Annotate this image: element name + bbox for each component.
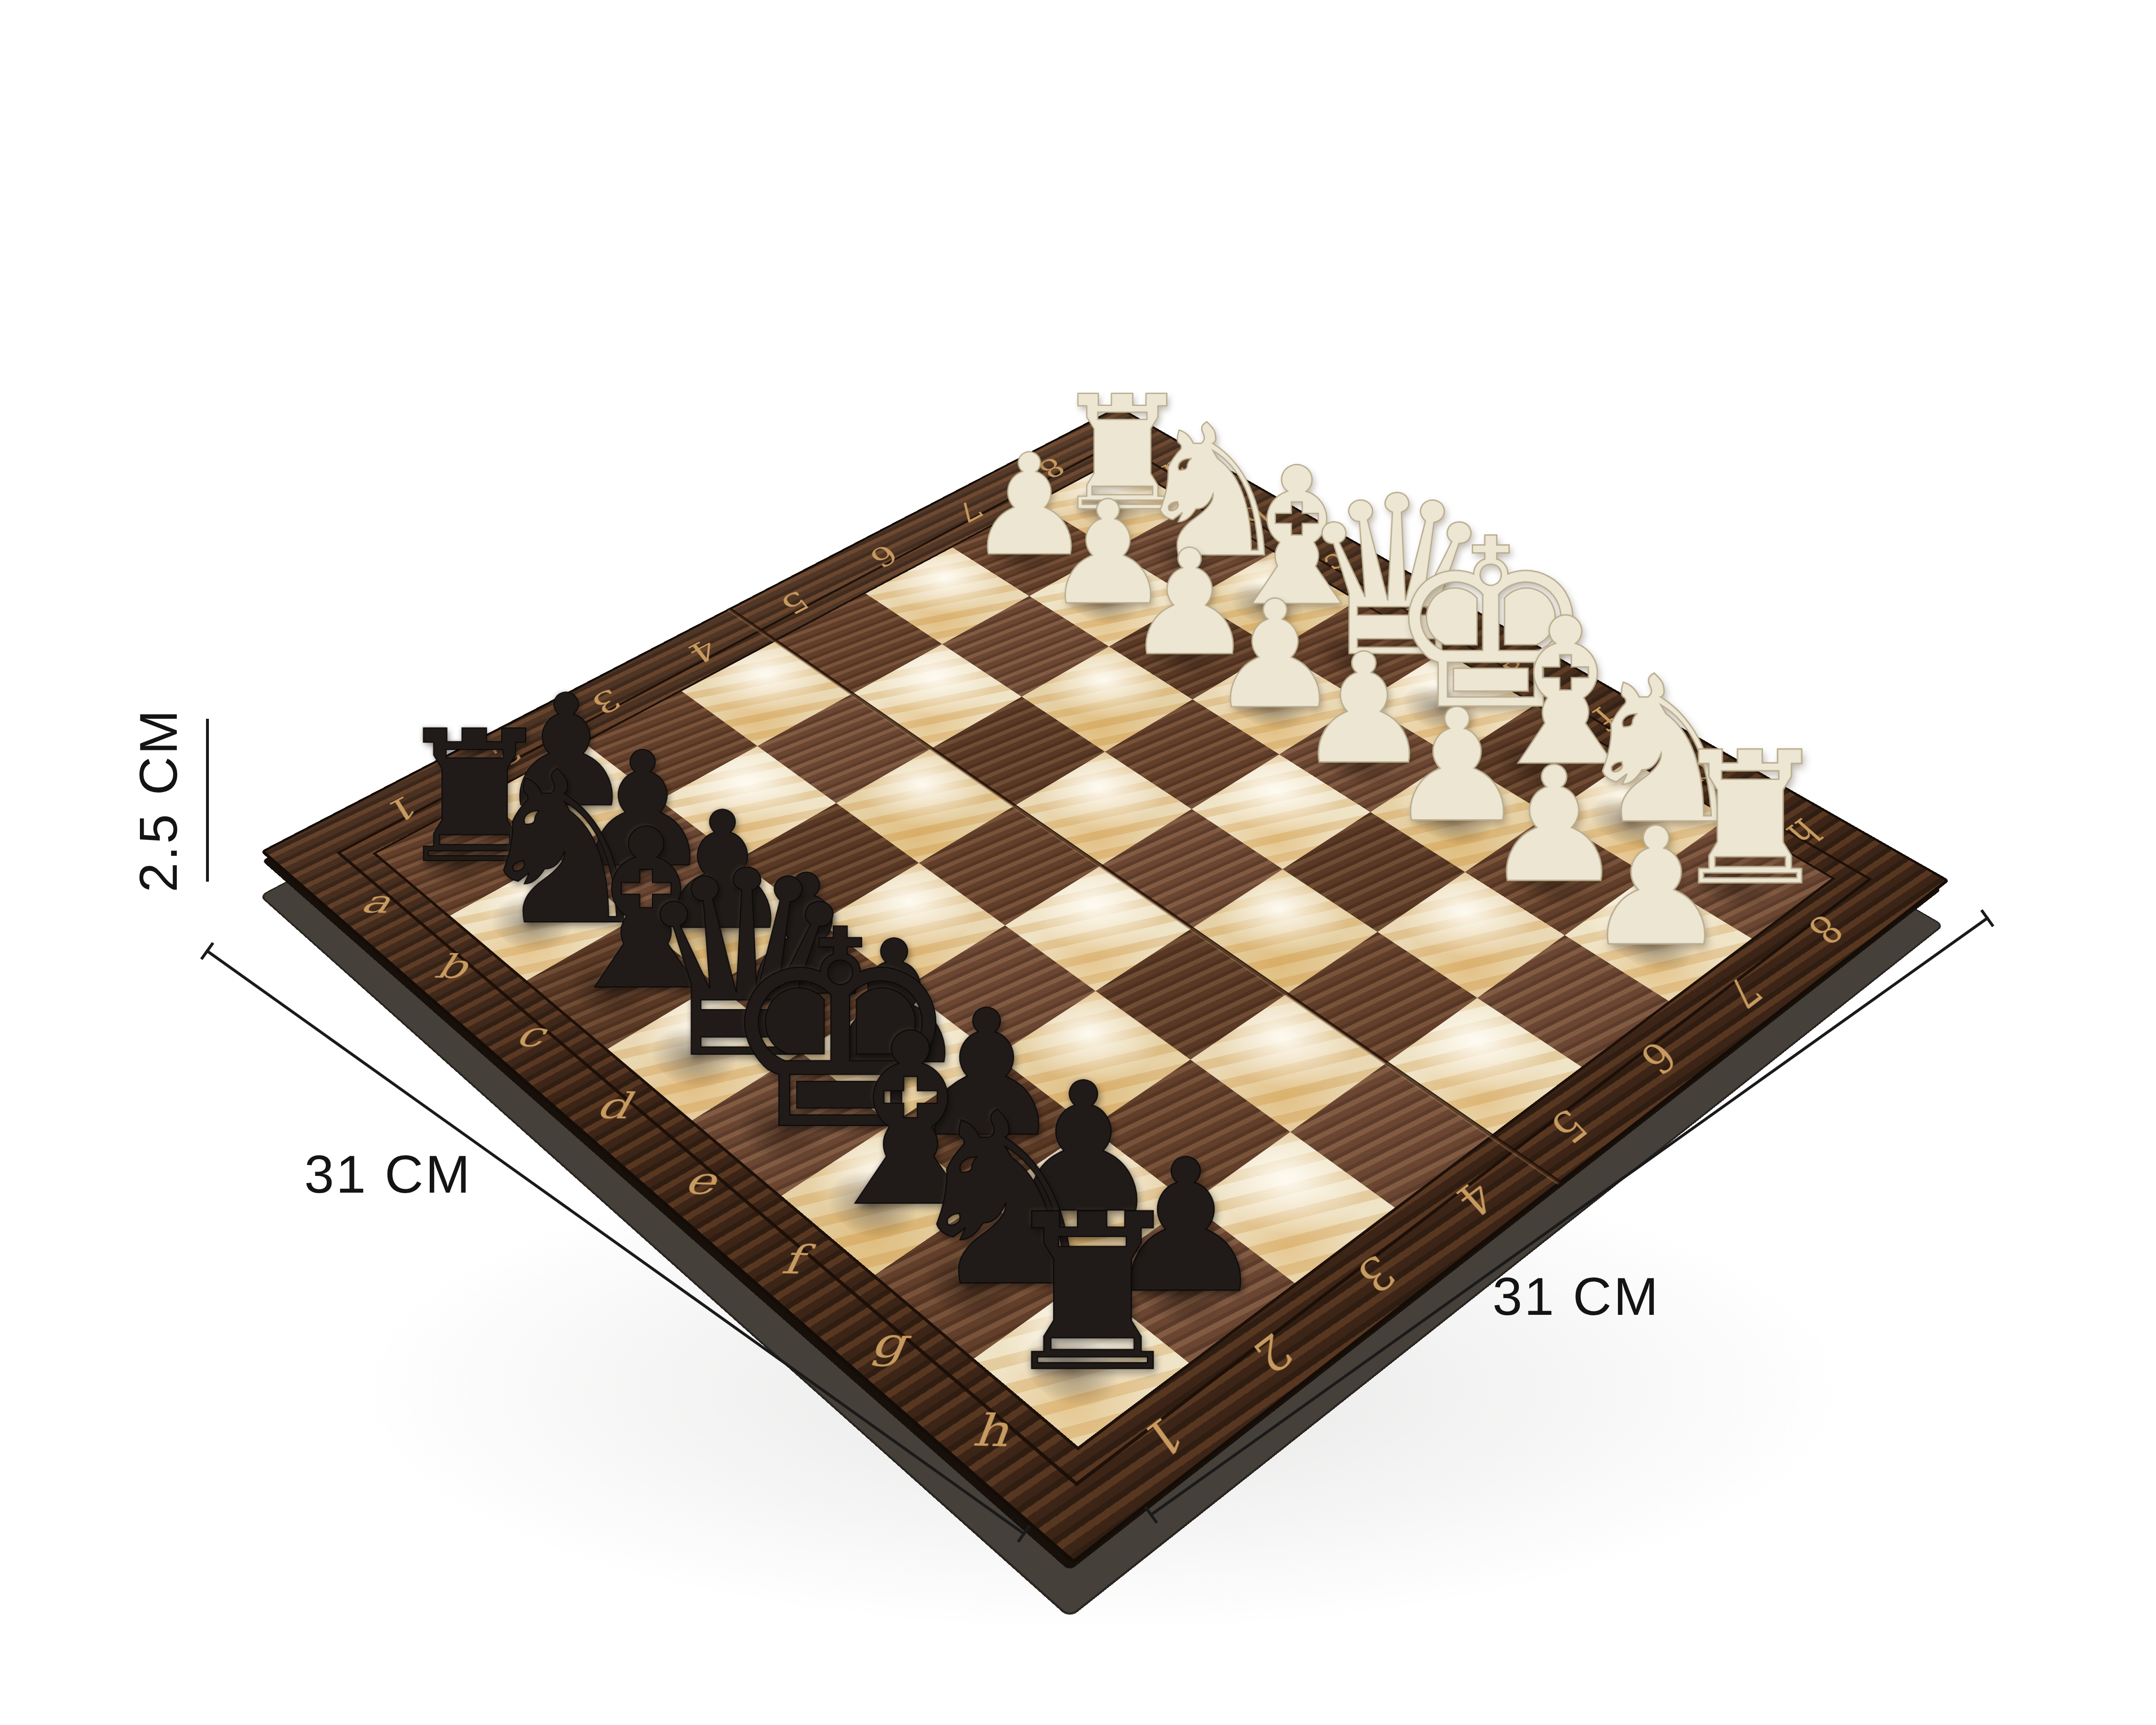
product-photo-scene: abcdefgh abcdefgh 87654321 87654321 ♜♞♝♛… xyxy=(0,0,2156,1725)
thickness-dimension-line xyxy=(206,719,209,882)
thickness-label: 2.5 CM xyxy=(127,708,189,893)
piece-black-rook: ♜ xyxy=(996,1196,1148,1391)
square-h1: ♜ xyxy=(974,1279,1189,1447)
piece-white-pawn: ♟ xyxy=(1583,815,1715,961)
left-edge-label: 31 CM xyxy=(304,1143,472,1205)
right-edge-label: 31 CM xyxy=(1492,1265,1660,1327)
